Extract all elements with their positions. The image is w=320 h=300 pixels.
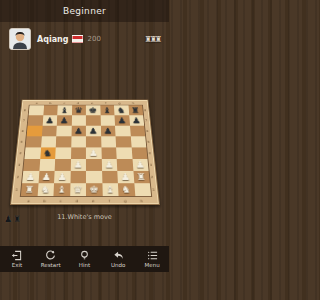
black-pawn[interactable]: ♟ [45,115,54,125]
hint-label: Hint [79,262,90,268]
black-knight[interactable]: ♞ [116,105,125,115]
square-a1[interactable]: ♜ [20,183,37,196]
square-b2[interactable]: ♟ [38,171,55,183]
white-pawn[interactable]: ♟ [57,171,67,183]
square-b4[interactable]: ♞ [39,147,55,158]
black-knight[interactable]: ♞ [42,147,52,158]
square-e3[interactable] [85,159,101,171]
white-pawn[interactable]: ♟ [73,159,82,171]
square-f2[interactable] [101,171,117,183]
white-pawn[interactable]: ♟ [104,159,114,171]
hint-icon [79,250,90,261]
square-f4[interactable] [101,147,117,158]
menu-label: Menu [145,262,160,268]
square-h7[interactable]: ♟ [128,115,143,125]
square-a7[interactable] [27,115,42,125]
exit-icon [11,250,22,261]
white-rook[interactable]: ♜ [24,183,35,196]
square-g1[interactable]: ♞ [117,183,134,196]
square-e4[interactable]: ♟ [85,147,100,158]
page-title: Beginner [63,6,106,16]
white-knight[interactable]: ♞ [40,183,50,196]
white-rook[interactable]: ♜ [136,171,147,183]
square-h1[interactable] [133,183,150,196]
indonesia-flag-icon [72,35,83,43]
restart-icon [45,250,56,261]
captured-by-white-tray: ♟♜ [4,214,22,224]
white-king[interactable]: ♚ [89,183,99,196]
square-f8[interactable]: ♝ [99,105,114,115]
captured-pieces-icon: ♜♜♜ [144,35,160,44]
white-bishop[interactable]: ♝ [105,183,115,196]
white-pawn[interactable]: ♟ [120,171,130,183]
black-pawn[interactable]: ♟ [117,115,126,125]
square-e6[interactable]: ♟ [85,126,100,137]
square-f3[interactable]: ♟ [101,159,117,171]
square-b7[interactable]: ♟ [42,115,57,125]
move-status: 11.White's move [0,213,169,221]
black-pawn[interactable]: ♟ [88,126,97,137]
square-c8[interactable]: ♝ [57,105,72,115]
square-d6[interactable]: ♟ [71,126,86,137]
undo-button[interactable]: Undo [101,246,135,272]
square-e8[interactable]: ♚ [85,105,99,115]
square-d2[interactable] [69,171,85,183]
square-f7[interactable] [100,115,115,125]
player-row: Aqiang 200 ♜♜♜ [0,25,169,53]
square-c5[interactable] [55,136,70,147]
square-a4[interactable] [24,147,40,158]
black-pawn[interactable]: ♟ [131,115,141,125]
square-b3[interactable] [38,159,54,171]
white-pawn[interactable]: ♟ [41,171,51,183]
hint-button[interactable]: Hint [68,246,102,272]
white-pawn[interactable]: ♟ [25,171,36,183]
square-d8[interactable]: ♛ [71,105,85,115]
white-bishop[interactable]: ♝ [56,183,66,196]
square-h2[interactable]: ♜ [132,171,149,183]
square-d3[interactable]: ♟ [70,159,86,171]
square-d5[interactable] [70,136,85,147]
square-a3[interactable] [23,159,40,171]
square-g2[interactable]: ♟ [117,171,134,183]
white-knight[interactable]: ♞ [121,183,131,196]
square-a5[interactable] [25,136,41,147]
square-e5[interactable] [85,136,100,147]
title-bar: Beginner [0,0,169,22]
square-h6[interactable] [129,126,145,137]
square-a6[interactable] [26,126,42,137]
restart-button[interactable]: Restart [34,246,68,272]
square-h5[interactable] [130,136,146,147]
square-a2[interactable]: ♟ [22,171,39,183]
square-c3[interactable] [54,159,70,171]
square-a8[interactable] [28,105,43,115]
black-bishop[interactable]: ♝ [60,105,69,115]
menu-icon [147,250,158,261]
square-g8[interactable]: ♞ [113,105,128,115]
black-pawn[interactable]: ♟ [103,126,112,137]
square-g5[interactable] [115,136,131,147]
avatar [9,28,31,50]
square-b5[interactable] [40,136,56,147]
square-d1[interactable]: ♛ [69,183,85,196]
black-pawn[interactable]: ♟ [74,126,83,137]
square-e1[interactable]: ♚ [85,183,101,196]
player-name: Aqiang [37,35,68,44]
white-pawn[interactable]: ♟ [88,147,97,158]
black-bishop[interactable]: ♝ [102,105,111,115]
player-rating: 200 [87,35,100,43]
bottom-toolbar: Exit Restart Hint Undo [0,246,169,272]
undo-label: Undo [111,262,125,268]
menu-button[interactable]: Menu [135,246,169,272]
white-pawn[interactable]: ♟ [135,159,145,171]
square-g6[interactable] [115,126,130,137]
square-e2[interactable] [85,171,101,183]
square-f6[interactable]: ♟ [100,126,115,137]
square-g7[interactable]: ♟ [114,115,129,125]
black-king[interactable]: ♚ [88,105,97,115]
square-c2[interactable]: ♟ [54,171,70,183]
square-c7[interactable]: ♟ [56,115,71,125]
black-pawn[interactable]: ♟ [59,115,68,125]
square-h3[interactable]: ♟ [132,159,149,171]
file-labels-top: abcdefgh [29,101,140,105]
black-rook[interactable]: ♜ [130,105,139,115]
square-c6[interactable] [56,126,71,137]
square-b6[interactable] [41,126,56,137]
file-labels-bottom: abcdefgh [20,198,150,203]
board-zone: abcdefgh abcdefgh 87654321 87654321 ♝♛♚♝… [0,66,169,205]
square-d7[interactable] [71,115,86,125]
square-f5[interactable] [100,136,115,147]
black-queen[interactable]: ♛ [74,105,83,115]
square-g3[interactable] [116,159,132,171]
exit-button[interactable]: Exit [0,246,34,272]
square-e7[interactable] [85,115,100,125]
square-c4[interactable] [55,147,71,158]
white-queen[interactable]: ♛ [72,183,82,196]
square-f1[interactable]: ♝ [101,183,118,196]
square-d4[interactable] [70,147,85,158]
chess-board[interactable]: abcdefgh abcdefgh 87654321 87654321 ♝♛♚♝… [10,100,160,205]
square-h4[interactable] [131,147,147,158]
undo-icon [113,250,124,261]
restart-label: Restart [41,262,61,268]
square-b1[interactable]: ♞ [37,183,54,196]
exit-label: Exit [12,262,22,268]
square-b8[interactable] [42,105,57,115]
square-g4[interactable] [116,147,132,158]
square-h8[interactable]: ♜ [128,105,143,115]
square-c1[interactable]: ♝ [53,183,70,196]
